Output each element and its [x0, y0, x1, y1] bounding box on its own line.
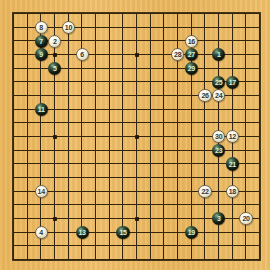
move-number: 7 — [39, 37, 43, 44]
move-number: 8 — [39, 24, 43, 31]
move-number: 11 — [38, 106, 45, 113]
stone-white-8: 8 — [35, 21, 48, 34]
move-number: 20 — [242, 215, 249, 222]
move-number: 12 — [229, 133, 236, 140]
star-point — [135, 53, 138, 56]
stone-black-25: 25 — [212, 76, 225, 89]
go-diagram-screen: 1234567891011121314151617181920212223242… — [0, 0, 270, 270]
stone-white-16: 16 — [185, 35, 198, 48]
move-number: 2 — [53, 37, 57, 44]
move-number: 14 — [38, 188, 45, 195]
stone-black-17: 17 — [226, 76, 239, 89]
stone-black-11: 11 — [35, 103, 48, 116]
stone-white-18: 18 — [226, 185, 239, 198]
move-number: 13 — [79, 229, 86, 236]
star-point — [53, 53, 56, 56]
move-number: 19 — [188, 229, 195, 236]
move-number: 5 — [53, 65, 57, 72]
stone-white-6: 6 — [76, 48, 89, 61]
star-point — [135, 135, 138, 138]
stone-black-9: 9 — [35, 48, 48, 61]
move-number: 17 — [229, 78, 236, 85]
move-number: 3 — [217, 215, 221, 222]
move-number: 4 — [39, 229, 43, 236]
move-number: 28 — [174, 51, 181, 58]
stone-black-7: 7 — [35, 35, 48, 48]
stone-white-14: 14 — [35, 185, 48, 198]
stone-black-21: 21 — [226, 157, 239, 170]
move-number: 24 — [215, 92, 222, 99]
stone-white-26: 26 — [198, 89, 211, 102]
move-number: 18 — [229, 188, 236, 195]
move-number: 15 — [119, 229, 126, 236]
move-number: 30 — [215, 133, 222, 140]
stone-black-29: 29 — [185, 62, 198, 75]
go-board[interactable]: 1234567891011121314151617181920212223242… — [7, 7, 266, 266]
move-number: 29 — [188, 65, 195, 72]
stone-white-20: 20 — [239, 212, 252, 225]
star-point — [53, 217, 56, 220]
stone-white-10: 10 — [62, 21, 75, 34]
move-number: 23 — [215, 147, 222, 154]
move-number: 16 — [188, 37, 195, 44]
move-number: 6 — [80, 51, 84, 58]
stone-white-2: 2 — [48, 35, 61, 48]
move-number: 27 — [188, 51, 195, 58]
stone-white-22: 22 — [198, 185, 211, 198]
move-number: 25 — [215, 78, 222, 85]
stone-black-19: 19 — [185, 226, 198, 239]
move-number: 10 — [65, 24, 72, 31]
move-number: 22 — [201, 188, 208, 195]
move-number: 26 — [201, 92, 208, 99]
move-number: 1 — [217, 51, 221, 58]
star-point — [53, 135, 56, 138]
move-number: 21 — [229, 160, 236, 167]
stone-black-13: 13 — [76, 226, 89, 239]
stone-black-15: 15 — [116, 226, 129, 239]
stone-white-4: 4 — [35, 226, 48, 239]
star-point — [135, 217, 138, 220]
move-number: 9 — [39, 51, 43, 58]
